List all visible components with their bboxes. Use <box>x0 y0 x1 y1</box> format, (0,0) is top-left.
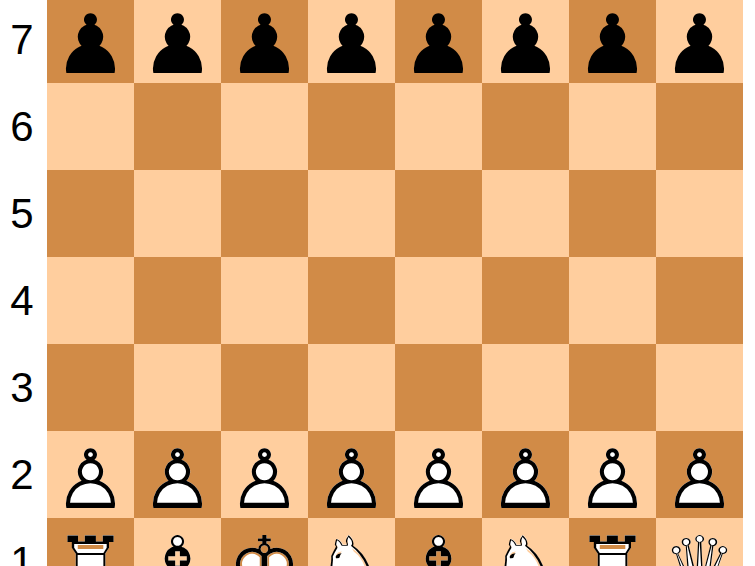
square-c5[interactable] <box>221 170 308 257</box>
square-g4[interactable] <box>569 257 656 344</box>
square-a3[interactable] <box>47 344 134 431</box>
piece-glyph-fill: ♟ <box>221 439 308 521</box>
piece-glyph-outline: ♙ <box>569 439 656 521</box>
piece-glyph-outline: ♙ <box>221 439 308 521</box>
white-knight[interactable]: ♞♘ <box>308 518 395 566</box>
piece-glyph-fill: ♜ <box>569 526 656 566</box>
square-h2[interactable]: ♟♙ <box>656 431 743 518</box>
white-pawn[interactable]: ♟♙ <box>569 431 656 518</box>
chess-diagram: 7654321 ♟♟♟♟♟♟♟♟♟♙♟♙♟♙♟♙♟♙♟♙♟♙♟♙♜♖♝♗♚♔♞♘… <box>0 0 755 566</box>
square-d2[interactable]: ♟♙ <box>308 431 395 518</box>
piece-glyph-fill: ♟ <box>308 439 395 521</box>
black-pawn[interactable]: ♟ <box>134 0 221 83</box>
square-g3[interactable] <box>569 344 656 431</box>
white-rook[interactable]: ♜♖ <box>47 518 134 566</box>
square-e2[interactable]: ♟♙ <box>395 431 482 518</box>
square-h7[interactable]: ♟ <box>656 0 743 83</box>
square-d6[interactable] <box>308 83 395 170</box>
piece-glyph-outline: ♙ <box>656 439 743 521</box>
white-pawn[interactable]: ♟♙ <box>47 431 134 518</box>
white-pawn[interactable]: ♟♙ <box>221 431 308 518</box>
square-b4[interactable] <box>134 257 221 344</box>
square-d5[interactable] <box>308 170 395 257</box>
white-pawn[interactable]: ♟♙ <box>482 431 569 518</box>
chess-board: ♟♟♟♟♟♟♟♟♟♙♟♙♟♙♟♙♟♙♟♙♟♙♟♙♜♖♝♗♚♔♞♘♝♗♞♘♜♖♛♕ <box>47 0 743 566</box>
rank-label-6: 6 <box>0 83 44 170</box>
square-b6[interactable] <box>134 83 221 170</box>
piece-glyph-outline: ♕ <box>656 526 743 566</box>
piece-glyph-outline: ♗ <box>395 526 482 566</box>
white-knight[interactable]: ♞♘ <box>482 518 569 566</box>
square-c4[interactable] <box>221 257 308 344</box>
square-d3[interactable] <box>308 344 395 431</box>
square-a4[interactable] <box>47 257 134 344</box>
square-a6[interactable] <box>47 83 134 170</box>
piece-glyph-outline: ♙ <box>47 439 134 521</box>
piece-glyph-fill: ♟ <box>395 439 482 521</box>
piece-glyph-fill: ♟ <box>308 4 395 86</box>
piece-glyph-outline: ♘ <box>482 526 569 566</box>
square-a7[interactable]: ♟ <box>47 0 134 83</box>
piece-glyph-fill: ♟ <box>569 4 656 86</box>
square-d7[interactable]: ♟ <box>308 0 395 83</box>
white-bishop[interactable]: ♝♗ <box>395 518 482 566</box>
square-c2[interactable]: ♟♙ <box>221 431 308 518</box>
square-g6[interactable] <box>569 83 656 170</box>
square-d1[interactable]: ♞♘ <box>308 518 395 566</box>
square-e3[interactable] <box>395 344 482 431</box>
piece-glyph-outline: ♖ <box>569 526 656 566</box>
rank-label-1: 1 <box>0 518 44 566</box>
white-pawn[interactable]: ♟♙ <box>395 431 482 518</box>
square-c1[interactable]: ♚♔ <box>221 518 308 566</box>
white-queen[interactable]: ♛♕ <box>656 518 743 566</box>
piece-glyph-outline: ♖ <box>47 526 134 566</box>
rank-label-gutter: 7654321 <box>0 0 46 566</box>
square-f6[interactable] <box>482 83 569 170</box>
piece-glyph-fill: ♟ <box>569 439 656 521</box>
square-a2[interactable]: ♟♙ <box>47 431 134 518</box>
piece-glyph-fill: ♟ <box>482 439 569 521</box>
square-a5[interactable] <box>47 170 134 257</box>
black-pawn[interactable]: ♟ <box>308 0 395 83</box>
square-f5[interactable] <box>482 170 569 257</box>
white-rook[interactable]: ♜♖ <box>569 518 656 566</box>
rank-label-2: 2 <box>0 431 44 518</box>
square-g1[interactable]: ♜♖ <box>569 518 656 566</box>
piece-glyph-outline: ♙ <box>395 439 482 521</box>
square-h3[interactable] <box>656 344 743 431</box>
square-e7[interactable]: ♟ <box>395 0 482 83</box>
piece-glyph-fill: ♚ <box>221 526 308 566</box>
piece-glyph-fill: ♟ <box>221 4 308 86</box>
piece-glyph-fill: ♟ <box>395 4 482 86</box>
square-c6[interactable] <box>221 83 308 170</box>
square-b7[interactable]: ♟ <box>134 0 221 83</box>
black-pawn[interactable]: ♟ <box>656 0 743 83</box>
piece-glyph-outline: ♘ <box>308 526 395 566</box>
square-h1[interactable]: ♛♕ <box>656 518 743 566</box>
square-h4[interactable] <box>656 257 743 344</box>
black-pawn[interactable]: ♟ <box>395 0 482 83</box>
square-e4[interactable] <box>395 257 482 344</box>
square-f1[interactable]: ♞♘ <box>482 518 569 566</box>
square-e5[interactable] <box>395 170 482 257</box>
white-pawn[interactable]: ♟♙ <box>308 431 395 518</box>
piece-glyph-outline: ♙ <box>308 439 395 521</box>
white-pawn[interactable]: ♟♙ <box>656 431 743 518</box>
white-bishop[interactable]: ♝♗ <box>134 518 221 566</box>
square-b2[interactable]: ♟♙ <box>134 431 221 518</box>
square-h6[interactable] <box>656 83 743 170</box>
square-b1[interactable]: ♝♗ <box>134 518 221 566</box>
square-f2[interactable]: ♟♙ <box>482 431 569 518</box>
square-g7[interactable]: ♟ <box>569 0 656 83</box>
square-c7[interactable]: ♟ <box>221 0 308 83</box>
square-c3[interactable] <box>221 344 308 431</box>
piece-glyph-outline: ♔ <box>221 526 308 566</box>
square-e6[interactable] <box>395 83 482 170</box>
square-f4[interactable] <box>482 257 569 344</box>
piece-glyph-fill: ♟ <box>656 4 743 86</box>
rank-label-7: 7 <box>0 0 44 83</box>
rank-label-4: 4 <box>0 257 44 344</box>
black-pawn[interactable]: ♟ <box>221 0 308 83</box>
square-a1[interactable]: ♜♖ <box>47 518 134 566</box>
white-pawn[interactable]: ♟♙ <box>134 431 221 518</box>
black-pawn[interactable]: ♟ <box>569 0 656 83</box>
rank-label-5: 5 <box>0 170 44 257</box>
piece-glyph-fill: ♜ <box>47 526 134 566</box>
piece-glyph-outline: ♙ <box>134 439 221 521</box>
white-king[interactable]: ♚♔ <box>221 518 308 566</box>
piece-glyph-outline: ♙ <box>482 439 569 521</box>
black-pawn[interactable]: ♟ <box>482 0 569 83</box>
black-pawn[interactable]: ♟ <box>47 0 134 83</box>
piece-glyph-fill: ♟ <box>47 4 134 86</box>
piece-glyph-fill: ♟ <box>656 439 743 521</box>
rank-label-3: 3 <box>0 344 44 431</box>
square-f3[interactable] <box>482 344 569 431</box>
square-d4[interactable] <box>308 257 395 344</box>
square-b3[interactable] <box>134 344 221 431</box>
square-h5[interactable] <box>656 170 743 257</box>
piece-glyph-fill: ♝ <box>134 526 221 566</box>
square-g5[interactable] <box>569 170 656 257</box>
piece-glyph-fill: ♟ <box>482 4 569 86</box>
piece-glyph-fill: ♞ <box>308 526 395 566</box>
piece-glyph-fill: ♛ <box>656 526 743 566</box>
square-e1[interactable]: ♝♗ <box>395 518 482 566</box>
square-g2[interactable]: ♟♙ <box>569 431 656 518</box>
piece-glyph-fill: ♝ <box>395 526 482 566</box>
piece-glyph-fill: ♟ <box>47 439 134 521</box>
square-b5[interactable] <box>134 170 221 257</box>
piece-glyph-fill: ♟ <box>134 4 221 86</box>
piece-glyph-outline: ♗ <box>134 526 221 566</box>
piece-glyph-fill: ♟ <box>134 439 221 521</box>
piece-glyph-fill: ♞ <box>482 526 569 566</box>
square-f7[interactable]: ♟ <box>482 0 569 83</box>
